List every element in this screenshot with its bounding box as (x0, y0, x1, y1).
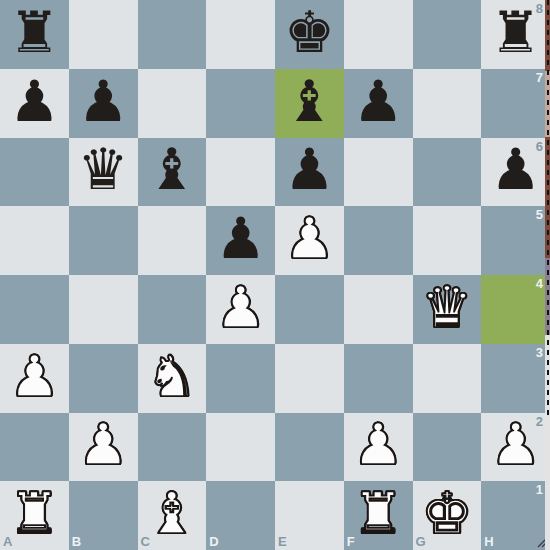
piece-black-king[interactable]: ♚ (284, 4, 335, 61)
right-edge-strip (545, 0, 550, 550)
square-c4[interactable] (138, 275, 207, 344)
square-b2[interactable]: ♟ (69, 413, 138, 482)
square-c8[interactable] (138, 0, 207, 69)
square-e2[interactable] (275, 413, 344, 482)
piece-black-pawn[interactable]: ♟ (284, 141, 335, 198)
square-d5[interactable]: ♟ (206, 206, 275, 275)
square-h6[interactable]: ♟6 (481, 138, 550, 207)
square-g2[interactable] (413, 413, 482, 482)
piece-white-bishop[interactable]: ♝ (146, 485, 197, 542)
square-b3[interactable] (69, 344, 138, 413)
square-c2[interactable] (138, 413, 207, 482)
piece-white-rook[interactable]: ♜ (9, 485, 60, 542)
board-grid: ♜♚♜8♟♟♝♟7♛♝♟♟6♟♟5♟♛4♟♞3♟♟♟2♜AB♝CDE♜F♚G1H (0, 0, 550, 550)
square-a2[interactable] (0, 413, 69, 482)
file-label-b: B (72, 535, 81, 548)
square-a7[interactable]: ♟ (0, 69, 69, 138)
piece-black-bishop[interactable]: ♝ (284, 73, 335, 130)
piece-white-pawn[interactable]: ♟ (78, 416, 129, 473)
square-f1[interactable]: ♜F (344, 481, 413, 550)
square-a4[interactable] (0, 275, 69, 344)
piece-white-pawn[interactable]: ♟ (353, 416, 404, 473)
square-b1[interactable]: B (69, 481, 138, 550)
chessboard: ♜♚♜8♟♟♝♟7♛♝♟♟6♟♟5♟♛4♟♞3♟♟♟2♜AB♝CDE♜F♚G1H (0, 0, 550, 550)
square-a1[interactable]: ♜A (0, 481, 69, 550)
piece-black-pawn[interactable]: ♟ (490, 141, 541, 198)
file-label-e: E (278, 535, 287, 548)
square-d2[interactable] (206, 413, 275, 482)
square-g5[interactable] (413, 206, 482, 275)
square-a8[interactable]: ♜ (0, 0, 69, 69)
piece-black-rook[interactable]: ♜ (490, 4, 541, 61)
piece-white-pawn[interactable]: ♟ (284, 210, 335, 267)
square-g6[interactable] (413, 138, 482, 207)
square-b4[interactable] (69, 275, 138, 344)
rank-label-6: 6 (536, 140, 543, 153)
square-g3[interactable] (413, 344, 482, 413)
square-b6[interactable]: ♛ (69, 138, 138, 207)
piece-black-pawn[interactable]: ♟ (9, 73, 60, 130)
square-a3[interactable]: ♟ (0, 344, 69, 413)
square-f2[interactable]: ♟ (344, 413, 413, 482)
square-d7[interactable] (206, 69, 275, 138)
piece-white-queen[interactable]: ♛ (421, 279, 472, 336)
square-c7[interactable] (138, 69, 207, 138)
square-d3[interactable] (206, 344, 275, 413)
square-d8[interactable] (206, 0, 275, 69)
square-e5[interactable]: ♟ (275, 206, 344, 275)
square-b7[interactable]: ♟ (69, 69, 138, 138)
file-label-a: A (3, 535, 12, 548)
square-h4[interactable]: 4 (481, 275, 550, 344)
square-d4[interactable]: ♟ (206, 275, 275, 344)
square-e3[interactable] (275, 344, 344, 413)
square-h2[interactable]: ♟2 (481, 413, 550, 482)
square-g7[interactable] (413, 69, 482, 138)
square-f4[interactable] (344, 275, 413, 344)
piece-white-pawn[interactable]: ♟ (215, 279, 266, 336)
square-f7[interactable]: ♟ (344, 69, 413, 138)
rank-label-2: 2 (536, 415, 543, 428)
square-g4[interactable]: ♛ (413, 275, 482, 344)
square-h7[interactable]: 7 (481, 69, 550, 138)
square-h3[interactable]: 3 (481, 344, 550, 413)
square-g1[interactable]: ♚G (413, 481, 482, 550)
piece-white-knight[interactable]: ♞ (146, 348, 197, 405)
file-label-f: F (347, 535, 355, 548)
rank-label-4: 4 (536, 277, 543, 290)
rank-label-5: 5 (536, 208, 543, 221)
square-e7[interactable]: ♝ (275, 69, 344, 138)
rank-label-3: 3 (536, 346, 543, 359)
square-a5[interactable] (0, 206, 69, 275)
square-e8[interactable]: ♚ (275, 0, 344, 69)
rank-label-7: 7 (536, 71, 543, 84)
square-f3[interactable] (344, 344, 413, 413)
square-d1[interactable]: D (206, 481, 275, 550)
square-f5[interactable] (344, 206, 413, 275)
square-g8[interactable] (413, 0, 482, 69)
square-e6[interactable]: ♟ (275, 138, 344, 207)
piece-black-queen[interactable]: ♛ (78, 141, 129, 198)
piece-white-king[interactable]: ♚ (421, 485, 472, 542)
piece-black-pawn[interactable]: ♟ (353, 73, 404, 130)
square-h1[interactable]: 1H (481, 481, 550, 550)
rank-label-1: 1 (536, 483, 543, 496)
piece-black-pawn[interactable]: ♟ (78, 73, 129, 130)
selection-dashed-border-icon (547, 0, 550, 417)
piece-black-rook[interactable]: ♜ (9, 4, 60, 61)
square-b5[interactable] (69, 206, 138, 275)
file-label-c: C (141, 535, 150, 548)
file-label-g: G (416, 535, 426, 548)
square-c5[interactable] (138, 206, 207, 275)
square-c6[interactable]: ♝ (138, 138, 207, 207)
square-c1[interactable]: ♝C (138, 481, 207, 550)
piece-black-pawn[interactable]: ♟ (215, 210, 266, 267)
piece-white-pawn[interactable]: ♟ (9, 348, 60, 405)
square-f6[interactable] (344, 138, 413, 207)
square-e4[interactable] (275, 275, 344, 344)
square-a6[interactable] (0, 138, 69, 207)
rank-label-8: 8 (536, 2, 543, 15)
file-label-h: H (484, 535, 493, 548)
square-f8[interactable] (344, 0, 413, 69)
file-label-d: D (209, 535, 218, 548)
square-h5[interactable]: 5 (481, 206, 550, 275)
square-b8[interactable] (69, 0, 138, 69)
square-e1[interactable]: E (275, 481, 344, 550)
piece-black-bishop[interactable]: ♝ (146, 141, 197, 198)
square-d6[interactable] (206, 138, 275, 207)
square-h8[interactable]: ♜8 (481, 0, 550, 69)
piece-white-pawn[interactable]: ♟ (490, 416, 541, 473)
piece-white-rook[interactable]: ♜ (353, 485, 404, 542)
square-c3[interactable]: ♞ (138, 344, 207, 413)
